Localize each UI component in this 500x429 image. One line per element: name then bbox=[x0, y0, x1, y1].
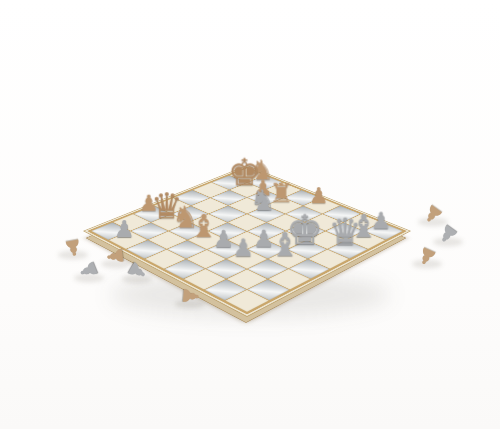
silver-knight-d6[interactable]: ♞ bbox=[250, 186, 276, 215]
wood-pawn-e8[interactable]: ♟ bbox=[309, 185, 329, 207]
wood-pawn-glyph: ♟ bbox=[62, 235, 84, 259]
wood-pawn-glyph: ♟ bbox=[179, 286, 202, 307]
silver-pawn-f3[interactable]: ♟ bbox=[233, 236, 255, 260]
captured-wood-pawn[interactable]: ♟ bbox=[107, 246, 126, 267]
silver-queen-h6[interactable]: ♛ bbox=[328, 214, 361, 251]
captured-wood-pawn[interactable]: ♟ bbox=[181, 286, 200, 307]
silver-bishop-g4[interactable]: ♝ bbox=[270, 228, 299, 261]
captured-wood-pawn[interactable]: ♟ bbox=[64, 237, 83, 258]
silver-pawn-glyph: ♟ bbox=[76, 257, 103, 282]
captured-silver-pawn[interactable]: ♟ bbox=[128, 261, 147, 282]
chess-set-photo: ♞♟♟♚♟♜♝♞♛♚♟♝♟♛♞♝♟♟♟ ♟♟♟♟♟♟♟♟ bbox=[0, 0, 500, 429]
silver-pawn-e3[interactable]: ♟ bbox=[213, 227, 234, 251]
wood-pawn-glyph: ♟ bbox=[414, 243, 440, 270]
captured-silver-pawn[interactable]: ♟ bbox=[439, 224, 458, 245]
captured-silver-pawn[interactable]: ♟ bbox=[80, 260, 99, 281]
captured-wood-pawn[interactable]: ♟ bbox=[424, 204, 443, 225]
wood-pawn-glyph: ♟ bbox=[104, 245, 127, 267]
captured-wood-pawn[interactable]: ♟ bbox=[418, 246, 437, 267]
silver-pawn-b1[interactable]: ♟ bbox=[114, 218, 135, 241]
